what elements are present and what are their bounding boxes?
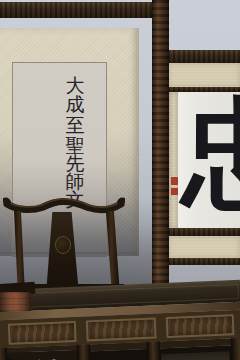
table-leg — [0, 348, 8, 360]
panel-left-mount-strip — [168, 92, 178, 228]
seal-stamp-upper — [171, 177, 178, 185]
splat-carved-medallion — [55, 236, 71, 254]
panel-bottom-beam — [168, 228, 240, 236]
box-on-table-grooves — [0, 292, 31, 311]
seal-stamp-lower — [171, 188, 178, 195]
ceiling-beam — [0, 2, 155, 18]
right-upper-cream-strip — [168, 63, 240, 87]
right-lower-cream-strip — [168, 236, 240, 258]
table-panel-left — [8, 321, 77, 345]
table-panel-right — [166, 314, 235, 338]
loyalty-character: 忠 — [182, 92, 240, 222]
table-leg — [77, 344, 91, 360]
wood-door-post — [152, 0, 169, 298]
scroll-character: 至 — [62, 114, 88, 136]
scroll-character: 成 — [62, 93, 88, 115]
table-leg — [231, 338, 240, 360]
table-leg — [147, 341, 161, 360]
photo-stage: 忠 大 成 至 聖 先 師 文 — [0, 0, 240, 360]
right-upper-beam — [168, 50, 240, 63]
altar-table — [0, 271, 240, 360]
right-lower-beam — [168, 258, 240, 265]
loyalty-calligraphy-panel: 忠 — [178, 92, 240, 228]
table-panel-center — [86, 317, 157, 341]
